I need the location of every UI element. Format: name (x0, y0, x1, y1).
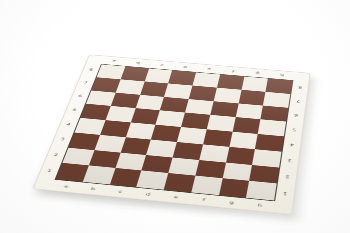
rank-label: 7 (292, 94, 304, 109)
square-e1 (164, 173, 195, 192)
file-label: a (51, 182, 81, 191)
file-label: c (106, 187, 136, 196)
square-f1 (191, 176, 222, 195)
rank-label: 2 (281, 168, 294, 186)
rank-label: 8 (294, 80, 305, 94)
chessboard-mat: abcdefgh abcdefgh 87654321 87654321 (32, 54, 310, 214)
square-g1 (219, 178, 250, 197)
file-label: f (189, 195, 219, 204)
rank-label: 4 (286, 137, 298, 153)
file-label: d (133, 190, 163, 199)
file-label: h (245, 201, 274, 211)
file-label: b (78, 184, 108, 193)
product-photo-background: abcdefgh abcdefgh 87654321 87654321 (0, 0, 350, 233)
file-label: e (161, 192, 191, 201)
file-label: g (217, 198, 246, 208)
rank-label: 3 (283, 152, 296, 169)
rank-label: 6 (290, 108, 302, 123)
rank-label: 1 (278, 184, 291, 202)
rank-label: 5 (288, 122, 300, 138)
chess-board (55, 64, 294, 201)
square-h1 (246, 181, 276, 201)
